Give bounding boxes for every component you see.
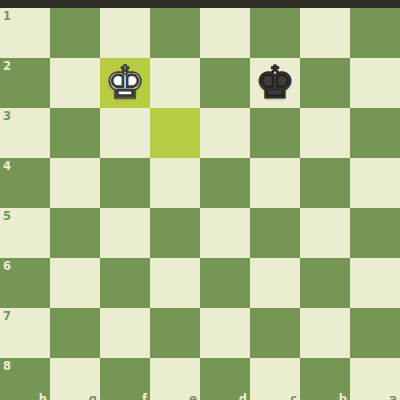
square-h4[interactable]: 4	[0, 158, 50, 208]
square-g6[interactable]	[50, 258, 100, 308]
square-b6[interactable]	[300, 258, 350, 308]
square-d7[interactable]	[200, 308, 250, 358]
rank-label-7: 7	[3, 311, 11, 323]
square-f7[interactable]	[100, 308, 150, 358]
top-bar	[0, 0, 400, 8]
square-d8[interactable]: d	[200, 358, 250, 400]
file-label-a: a	[389, 394, 397, 400]
square-a8[interactable]: a	[350, 358, 400, 400]
square-f3[interactable]	[100, 108, 150, 158]
square-g4[interactable]	[50, 158, 100, 208]
square-g8[interactable]: g	[50, 358, 100, 400]
square-e8[interactable]: e	[150, 358, 200, 400]
square-c8[interactable]: c	[250, 358, 300, 400]
square-e1[interactable]	[150, 8, 200, 58]
rank-label-8: 8	[3, 361, 11, 373]
square-a4[interactable]	[350, 158, 400, 208]
file-label-c: c	[290, 394, 297, 400]
square-b2[interactable]	[300, 58, 350, 108]
square-h5[interactable]: 5	[0, 208, 50, 258]
square-b5[interactable]	[300, 208, 350, 258]
square-e4[interactable]	[150, 158, 200, 208]
square-h1[interactable]: 1	[0, 8, 50, 58]
square-e7[interactable]	[150, 308, 200, 358]
square-a6[interactable]	[350, 258, 400, 308]
square-c7[interactable]	[250, 308, 300, 358]
square-b4[interactable]	[300, 158, 350, 208]
square-a5[interactable]	[350, 208, 400, 258]
square-c2[interactable]: ♚	[250, 58, 300, 108]
white-king[interactable]: ♚	[100, 58, 150, 108]
file-label-h: h	[39, 394, 47, 400]
square-h8[interactable]: 8h	[0, 358, 50, 400]
square-f2[interactable]: ♚	[100, 58, 150, 108]
square-g3[interactable]	[50, 108, 100, 158]
square-d6[interactable]	[200, 258, 250, 308]
square-d5[interactable]	[200, 208, 250, 258]
rank-label-2: 2	[3, 61, 11, 73]
square-e2[interactable]	[150, 58, 200, 108]
square-c5[interactable]	[250, 208, 300, 258]
square-d1[interactable]	[200, 8, 250, 58]
square-d4[interactable]	[200, 158, 250, 208]
square-a3[interactable]	[350, 108, 400, 158]
square-g1[interactable]	[50, 8, 100, 58]
square-f6[interactable]	[100, 258, 150, 308]
square-h7[interactable]: 7	[0, 308, 50, 358]
square-f8[interactable]: f	[100, 358, 150, 400]
square-h2[interactable]: 2	[0, 58, 50, 108]
square-a2[interactable]	[350, 58, 400, 108]
square-b7[interactable]	[300, 308, 350, 358]
square-g2[interactable]	[50, 58, 100, 108]
square-e6[interactable]	[150, 258, 200, 308]
square-c4[interactable]	[250, 158, 300, 208]
square-g5[interactable]	[50, 208, 100, 258]
file-label-b: b	[339, 394, 347, 400]
square-c6[interactable]	[250, 258, 300, 308]
square-e3[interactable]	[150, 108, 200, 158]
square-f1[interactable]	[100, 8, 150, 58]
rank-label-6: 6	[3, 261, 11, 273]
square-e5[interactable]	[150, 208, 200, 258]
square-a7[interactable]	[350, 308, 400, 358]
square-f4[interactable]	[100, 158, 150, 208]
rank-label-1: 1	[3, 11, 11, 23]
square-h3[interactable]: 3	[0, 108, 50, 158]
file-label-d: d	[239, 394, 247, 400]
square-h6[interactable]: 6	[0, 258, 50, 308]
file-label-f: f	[142, 394, 147, 400]
square-d3[interactable]	[200, 108, 250, 158]
black-king[interactable]: ♚	[250, 58, 300, 108]
square-b1[interactable]	[300, 8, 350, 58]
square-g7[interactable]	[50, 308, 100, 358]
square-b3[interactable]	[300, 108, 350, 158]
chess-board[interactable]: 12♚♚345678hgfedcba	[0, 8, 400, 400]
square-d2[interactable]	[200, 58, 250, 108]
square-a1[interactable]	[350, 8, 400, 58]
rank-label-4: 4	[3, 161, 11, 173]
square-c3[interactable]	[250, 108, 300, 158]
rank-label-5: 5	[3, 211, 11, 223]
file-label-g: g	[89, 394, 97, 400]
square-f5[interactable]	[100, 208, 150, 258]
square-c1[interactable]	[250, 8, 300, 58]
rank-label-3: 3	[3, 111, 11, 123]
file-label-e: e	[189, 394, 197, 400]
square-b8[interactable]: b	[300, 358, 350, 400]
